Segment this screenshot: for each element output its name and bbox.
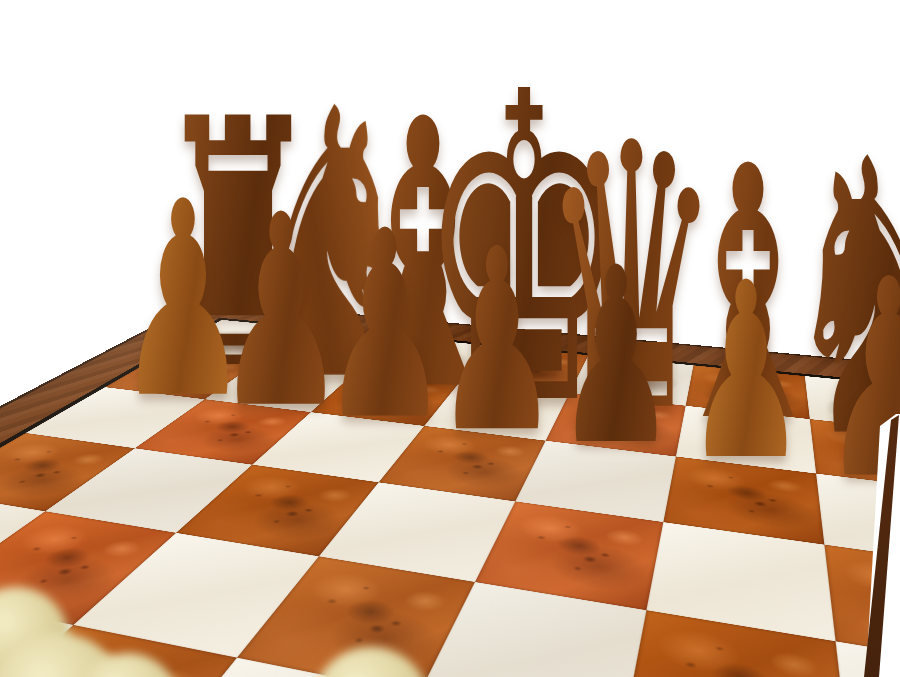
pawn-glyph: ♟ [435,216,560,467]
product-photo-stage: ♜♞♝♚♛♝♞♜♟♟♟♟♟♟♟♟ [0,0,900,677]
pawn-glyph: ♟ [821,243,900,516]
pawn-glyph: ♟ [321,197,449,456]
pawn-glyph: ♟ [555,236,676,479]
piece-pawn[interactable]: ♟ [889,456,900,677]
pawn-glyph: ♟ [686,251,807,494]
